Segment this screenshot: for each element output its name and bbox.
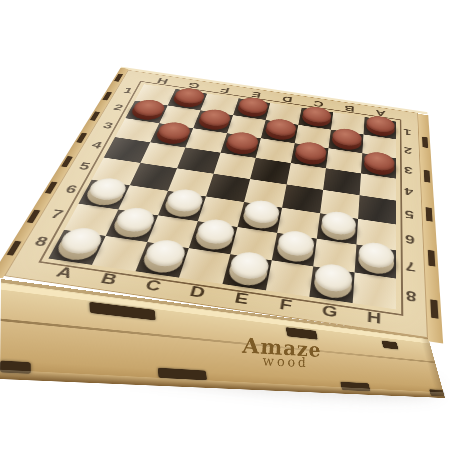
square-e8[interactable] xyxy=(222,254,271,290)
finger-joint-slot xyxy=(102,92,112,101)
piece-white-e6[interactable] xyxy=(240,204,279,231)
front-bottom-edge xyxy=(0,370,445,398)
finger-joint-slot xyxy=(286,327,318,339)
finger-joint-slot xyxy=(27,210,41,223)
piece-white-b7[interactable] xyxy=(109,211,155,240)
box-right-edge xyxy=(418,114,443,344)
brand-logo-line2: wood xyxy=(208,353,350,370)
square-f8[interactable] xyxy=(266,260,313,296)
piece-white-c8[interactable] xyxy=(139,244,186,275)
piece-white-d7[interactable] xyxy=(192,223,235,252)
finger-joint-slot xyxy=(426,207,433,221)
finger-joint-slot xyxy=(422,137,428,148)
piece-white-f7[interactable] xyxy=(275,235,315,265)
finger-joint-slot xyxy=(430,299,438,318)
finger-joint-slot xyxy=(424,170,430,183)
piece-white-c6[interactable] xyxy=(161,193,203,220)
piece-white-g8[interactable] xyxy=(312,268,352,300)
finger-joint-slot xyxy=(7,241,22,256)
finger-joint-slot xyxy=(114,74,123,82)
piece-white-e8[interactable] xyxy=(226,256,269,288)
finger-joint-slot xyxy=(382,341,399,350)
piece-white-h7[interactable] xyxy=(357,246,393,276)
square-d8[interactable] xyxy=(179,248,230,284)
finger-joint-slot xyxy=(428,250,435,267)
square-h8[interactable] xyxy=(353,272,396,309)
piece-white-g6[interactable] xyxy=(319,215,355,243)
square-g8[interactable] xyxy=(309,266,354,303)
product-photo-checkers-box: Amaze wood HAGBFCEDDECFBGAH1122334455667… xyxy=(0,0,450,450)
